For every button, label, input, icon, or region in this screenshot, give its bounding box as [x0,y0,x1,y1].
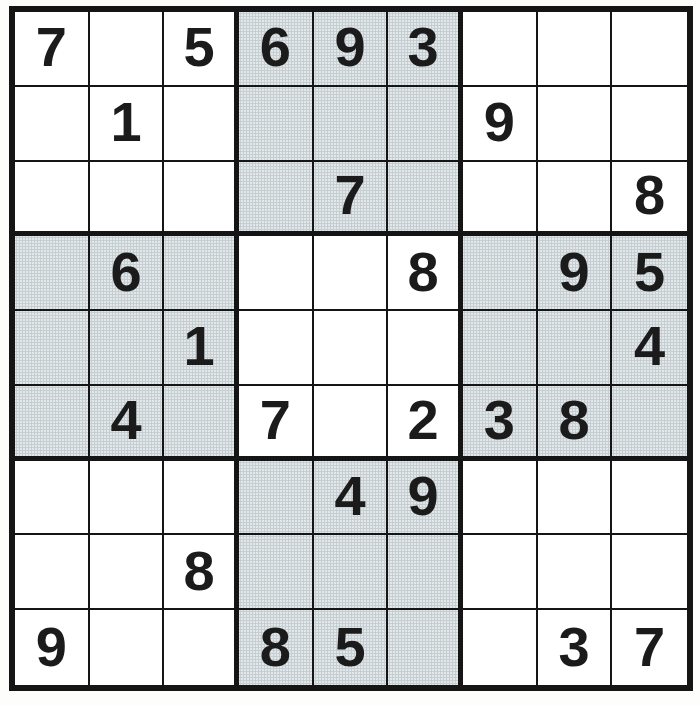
cell-r1c8[interactable] [538,12,613,87]
cell-r5c9[interactable]: 4 [612,311,687,386]
cell-r4c2[interactable]: 6 [90,236,165,311]
given-digit: 9 [36,619,67,675]
given-digit: 4 [334,468,365,524]
cell-r2c4[interactable] [239,87,314,162]
cell-r9c6[interactable] [388,610,463,685]
given-digit: 5 [184,19,215,75]
cell-r1c1[interactable]: 7 [15,12,90,87]
cell-r1c9[interactable] [612,12,687,87]
given-digit: 4 [110,392,141,448]
given-digit: 9 [334,19,365,75]
cell-r7c8[interactable] [538,461,613,536]
given-digit: 9 [408,468,439,524]
given-digit: 5 [334,619,365,675]
cell-r1c4[interactable]: 6 [239,12,314,87]
cell-r2c9[interactable] [612,87,687,162]
cell-r8c4[interactable] [239,535,314,610]
given-digit: 9 [484,94,515,150]
cell-r8c8[interactable] [538,535,613,610]
given-digit: 6 [260,19,291,75]
cell-r4c1[interactable] [15,236,90,311]
cell-r2c1[interactable] [15,87,90,162]
cell-r9c7[interactable] [463,610,538,685]
cell-r7c2[interactable] [90,461,165,536]
given-digit: 4 [634,318,665,374]
cell-r8c3[interactable]: 8 [164,535,239,610]
given-digit: 8 [408,244,439,300]
cell-r3c4[interactable] [239,162,314,237]
cell-r8c5[interactable] [314,535,389,610]
cell-r6c5[interactable] [314,386,389,461]
cell-r8c7[interactable] [463,535,538,610]
cell-r6c1[interactable] [15,386,90,461]
cell-r3c9[interactable]: 8 [612,162,687,237]
cell-r2c6[interactable] [388,87,463,162]
given-digit: 5 [634,244,665,300]
cell-r7c9[interactable] [612,461,687,536]
cell-r6c8[interactable]: 8 [538,386,613,461]
cell-r5c6[interactable] [388,311,463,386]
cell-r5c2[interactable] [90,311,165,386]
cell-r5c7[interactable] [463,311,538,386]
cell-r4c5[interactable] [314,236,389,311]
cell-r9c9[interactable]: 7 [612,610,687,685]
cell-r2c2[interactable]: 1 [90,87,165,162]
cell-r6c6[interactable]: 2 [388,386,463,461]
given-digit: 8 [184,543,215,599]
given-digit: 7 [260,392,291,448]
given-digit: 1 [110,94,141,150]
cell-r1c2[interactable] [90,12,165,87]
given-digit: 7 [36,19,67,75]
cell-r8c2[interactable] [90,535,165,610]
cell-r2c5[interactable] [314,87,389,162]
cell-r1c3[interactable]: 5 [164,12,239,87]
given-digit: 1 [184,318,215,374]
given-digit: 9 [558,244,589,300]
cell-r5c8[interactable] [538,311,613,386]
given-digit: 6 [110,244,141,300]
cell-r7c6[interactable]: 9 [388,461,463,536]
cell-r6c4[interactable]: 7 [239,386,314,461]
given-digit: 3 [558,619,589,675]
sudoku-board: 7569319786895144723849898537 [9,6,693,691]
cell-r9c8[interactable]: 3 [538,610,613,685]
given-digit: 7 [634,619,665,675]
cell-r5c3[interactable]: 1 [164,311,239,386]
given-digit: 2 [408,392,439,448]
cell-r2c7[interactable]: 9 [463,87,538,162]
cell-r9c5[interactable]: 5 [314,610,389,685]
cell-r5c1[interactable] [15,311,90,386]
cell-r4c6[interactable]: 8 [388,236,463,311]
given-digit: 7 [334,167,365,223]
cell-r6c7[interactable]: 3 [463,386,538,461]
cell-r4c4[interactable] [239,236,314,311]
cell-r4c3[interactable] [164,236,239,311]
cell-r9c3[interactable] [164,610,239,685]
given-digit: 8 [634,167,665,223]
cell-r5c4[interactable] [239,311,314,386]
cell-r4c8[interactable]: 9 [538,236,613,311]
cell-r7c5[interactable]: 4 [314,461,389,536]
cell-r7c1[interactable] [15,461,90,536]
cell-r3c3[interactable] [164,162,239,237]
cell-r1c6[interactable]: 3 [388,12,463,87]
cell-r3c2[interactable] [90,162,165,237]
cell-r3c1[interactable] [15,162,90,237]
cell-r3c5[interactable]: 7 [314,162,389,237]
cell-r2c3[interactable] [164,87,239,162]
cell-r9c1[interactable]: 9 [15,610,90,685]
cell-r3c6[interactable] [388,162,463,237]
cell-r1c7[interactable] [463,12,538,87]
cell-r6c3[interactable] [164,386,239,461]
cell-r6c2[interactable]: 4 [90,386,165,461]
cell-r7c3[interactable] [164,461,239,536]
cell-r8c1[interactable] [15,535,90,610]
cell-r7c7[interactable] [463,461,538,536]
cell-r1c5[interactable]: 9 [314,12,389,87]
given-digit: 3 [408,19,439,75]
cell-r3c7[interactable] [463,162,538,237]
given-digit: 8 [260,619,291,675]
cell-r9c4[interactable]: 8 [239,610,314,685]
given-digit: 3 [484,392,515,448]
cell-r4c7[interactable] [463,236,538,311]
cell-r2c8[interactable] [538,87,613,162]
cell-r4c9[interactable]: 5 [612,236,687,311]
cell-r7c4[interactable] [239,461,314,536]
cell-r9c2[interactable] [90,610,165,685]
cell-r3c8[interactable] [538,162,613,237]
cell-r8c6[interactable] [388,535,463,610]
cell-r5c5[interactable] [314,311,389,386]
cell-r8c9[interactable] [612,535,687,610]
given-digit: 8 [558,392,589,448]
cell-r6c9[interactable] [612,386,687,461]
